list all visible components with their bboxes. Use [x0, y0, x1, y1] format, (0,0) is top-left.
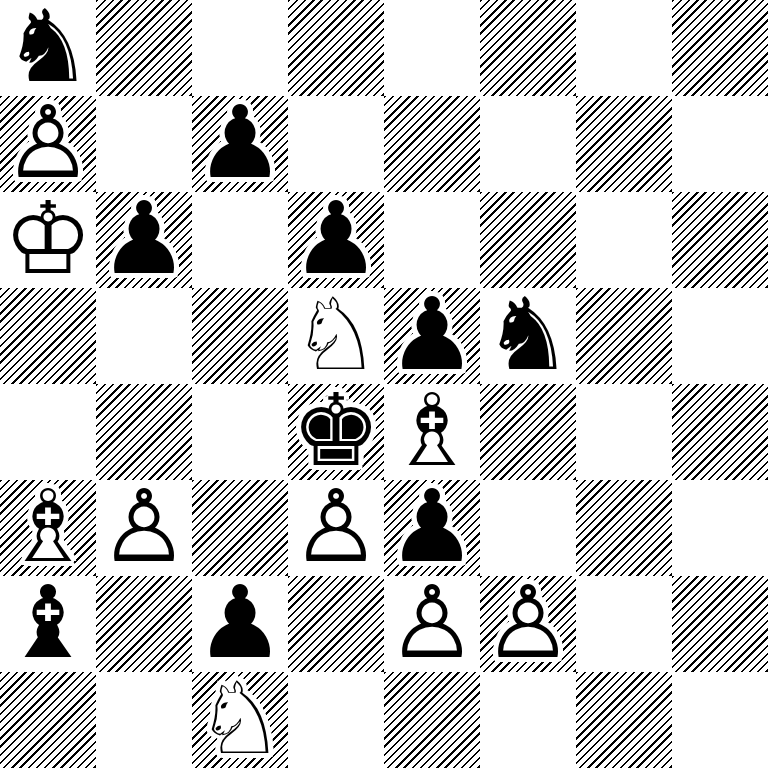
square-a2[interactable]: ♝♝ [0, 576, 96, 672]
square-b4[interactable] [96, 384, 192, 480]
piece-black-pawn[interactable]: ♟♟ [192, 96, 288, 192]
square-f7[interactable] [480, 96, 576, 192]
square-a4[interactable] [0, 384, 96, 480]
square-g5[interactable] [576, 288, 672, 384]
square-f2[interactable]: ♟♙ [480, 576, 576, 672]
square-h7[interactable] [672, 96, 768, 192]
square-c4[interactable] [192, 384, 288, 480]
black-pawn-glyph: ♟ [192, 576, 288, 672]
square-e3[interactable]: ♟♟ [384, 480, 480, 576]
square-h2[interactable] [672, 576, 768, 672]
square-e4[interactable]: ♝♗ [384, 384, 480, 480]
square-b8[interactable] [96, 0, 192, 96]
square-d4[interactable]: ♚♚ [288, 384, 384, 480]
piece-white-knight[interactable]: ♞♘ [288, 288, 384, 384]
square-c8[interactable] [192, 0, 288, 96]
square-b5[interactable] [96, 288, 192, 384]
black-knight-glyph: ♞ [0, 0, 96, 96]
square-f4[interactable] [480, 384, 576, 480]
chess-board: ♞♞♟♙♟♟♚♔♟♟♟♟♞♘♟♟♞♞♚♚♝♗♝♗♟♙♟♙♟♟♝♝♟♟♟♙♟♙♞♘ [0, 0, 768, 768]
piece-white-pawn[interactable]: ♟♙ [288, 480, 384, 576]
white-pawn-glyph: ♙ [288, 480, 384, 576]
square-h8[interactable] [672, 0, 768, 96]
square-b1[interactable] [96, 672, 192, 768]
square-a8[interactable]: ♞♞ [0, 0, 96, 96]
square-a1[interactable] [0, 672, 96, 768]
square-c5[interactable] [192, 288, 288, 384]
black-pawn-glyph: ♟ [384, 480, 480, 576]
piece-black-king[interactable]: ♚♚ [288, 384, 384, 480]
piece-white-pawn[interactable]: ♟♙ [384, 576, 480, 672]
piece-black-pawn[interactable]: ♟♟ [288, 192, 384, 288]
white-pawn-glyph: ♙ [384, 576, 480, 672]
piece-black-pawn[interactable]: ♟♟ [384, 288, 480, 384]
square-g7[interactable] [576, 96, 672, 192]
white-knight-glyph: ♘ [288, 288, 384, 384]
square-a3[interactable]: ♝♗ [0, 480, 96, 576]
square-d3[interactable]: ♟♙ [288, 480, 384, 576]
square-f6[interactable] [480, 192, 576, 288]
square-a6[interactable]: ♚♔ [0, 192, 96, 288]
square-g6[interactable] [576, 192, 672, 288]
white-pawn-glyph: ♙ [96, 480, 192, 576]
square-g1[interactable] [576, 672, 672, 768]
black-knight-glyph: ♞ [480, 288, 576, 384]
square-e6[interactable] [384, 192, 480, 288]
square-f1[interactable] [480, 672, 576, 768]
square-d1[interactable] [288, 672, 384, 768]
square-c6[interactable] [192, 192, 288, 288]
square-b3[interactable]: ♟♙ [96, 480, 192, 576]
square-g4[interactable] [576, 384, 672, 480]
piece-white-bishop[interactable]: ♝♗ [0, 480, 96, 576]
black-pawn-glyph: ♟ [384, 288, 480, 384]
piece-white-king[interactable]: ♚♔ [0, 192, 96, 288]
black-bishop-glyph: ♝ [0, 576, 96, 672]
black-pawn-glyph: ♟ [288, 192, 384, 288]
square-c2[interactable]: ♟♟ [192, 576, 288, 672]
piece-black-pawn[interactable]: ♟♟ [96, 192, 192, 288]
piece-black-pawn[interactable]: ♟♟ [384, 480, 480, 576]
white-knight-glyph: ♘ [192, 672, 288, 768]
piece-black-knight[interactable]: ♞♞ [480, 288, 576, 384]
piece-black-bishop[interactable]: ♝♝ [0, 576, 96, 672]
square-c7[interactable]: ♟♟ [192, 96, 288, 192]
square-c1[interactable]: ♞♘ [192, 672, 288, 768]
piece-white-pawn[interactable]: ♟♙ [480, 576, 576, 672]
square-a7[interactable]: ♟♙ [0, 96, 96, 192]
square-g3[interactable] [576, 480, 672, 576]
piece-white-pawn[interactable]: ♟♙ [96, 480, 192, 576]
square-h6[interactable] [672, 192, 768, 288]
square-h4[interactable] [672, 384, 768, 480]
square-g2[interactable] [576, 576, 672, 672]
square-e5[interactable]: ♟♟ [384, 288, 480, 384]
black-pawn-glyph: ♟ [96, 192, 192, 288]
black-pawn-glyph: ♟ [192, 96, 288, 192]
square-h3[interactable] [672, 480, 768, 576]
square-e8[interactable] [384, 0, 480, 96]
square-e1[interactable] [384, 672, 480, 768]
square-c3[interactable] [192, 480, 288, 576]
square-d8[interactable] [288, 0, 384, 96]
square-b7[interactable] [96, 96, 192, 192]
black-king-glyph: ♚ [288, 384, 384, 480]
square-f3[interactable] [480, 480, 576, 576]
square-e2[interactable]: ♟♙ [384, 576, 480, 672]
piece-black-knight[interactable]: ♞♞ [0, 0, 96, 96]
square-g8[interactable] [576, 0, 672, 96]
square-b2[interactable] [96, 576, 192, 672]
piece-black-pawn[interactable]: ♟♟ [192, 576, 288, 672]
white-king-glyph: ♔ [0, 192, 96, 288]
square-f5[interactable]: ♞♞ [480, 288, 576, 384]
square-b6[interactable]: ♟♟ [96, 192, 192, 288]
square-d5[interactable]: ♞♘ [288, 288, 384, 384]
piece-white-bishop[interactable]: ♝♗ [384, 384, 480, 480]
white-pawn-glyph: ♙ [480, 576, 576, 672]
square-a5[interactable] [0, 288, 96, 384]
square-f8[interactable] [480, 0, 576, 96]
square-d6[interactable]: ♟♟ [288, 192, 384, 288]
piece-white-pawn[interactable]: ♟♙ [0, 96, 96, 192]
white-bishop-glyph: ♗ [384, 384, 480, 480]
white-pawn-glyph: ♙ [0, 96, 96, 192]
square-e7[interactable] [384, 96, 480, 192]
piece-white-knight[interactable]: ♞♘ [192, 672, 288, 768]
square-h1[interactable] [672, 672, 768, 768]
square-d7[interactable] [288, 96, 384, 192]
white-bishop-glyph: ♗ [0, 480, 96, 576]
square-h5[interactable] [672, 288, 768, 384]
square-d2[interactable] [288, 576, 384, 672]
